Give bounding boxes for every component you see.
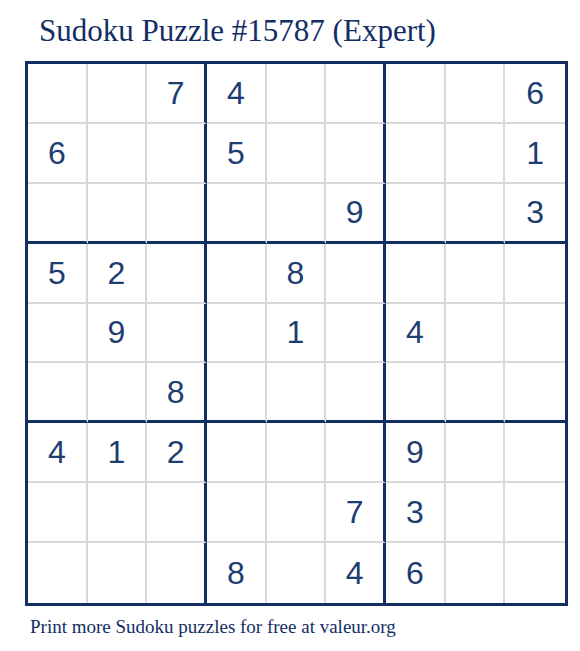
sudoku-cell-r8c6: 7 xyxy=(326,483,386,543)
sudoku-cell-r6c9[interactable] xyxy=(505,363,565,423)
sudoku-cell-r7c5[interactable] xyxy=(267,423,327,483)
sudoku-cell-r2c9: 1 xyxy=(505,124,565,184)
sudoku-cell-r7c9[interactable] xyxy=(505,423,565,483)
sudoku-cell-r5c2: 9 xyxy=(88,304,148,364)
sudoku-cell-r1c7[interactable] xyxy=(386,64,446,124)
sudoku-cell-r4c8[interactable] xyxy=(446,244,506,304)
sudoku-cell-r1c3: 7 xyxy=(147,64,207,124)
sudoku-cell-r3c9: 3 xyxy=(505,184,565,244)
sudoku-cell-r7c8[interactable] xyxy=(446,423,506,483)
sudoku-cell-r4c2: 2 xyxy=(88,244,148,304)
sudoku-cell-r4c1: 5 xyxy=(28,244,88,304)
sudoku-cell-r3c8[interactable] xyxy=(446,184,506,244)
sudoku-cell-r7c7: 9 xyxy=(386,423,446,483)
sudoku-cell-r9c7: 6 xyxy=(386,543,446,603)
sudoku-cell-r6c1[interactable] xyxy=(28,363,88,423)
sudoku-cell-r3c5[interactable] xyxy=(267,184,327,244)
sudoku-cell-r5c7: 4 xyxy=(386,304,446,364)
sudoku-cell-r9c8[interactable] xyxy=(446,543,506,603)
sudoku-cell-r6c8[interactable] xyxy=(446,363,506,423)
sudoku-cell-r8c3[interactable] xyxy=(147,483,207,543)
sudoku-cell-r8c1[interactable] xyxy=(28,483,88,543)
sudoku-cell-r6c5[interactable] xyxy=(267,363,327,423)
sudoku-board: 746651935289148412973846 xyxy=(25,61,568,606)
sudoku-cell-r5c4[interactable] xyxy=(207,304,267,364)
sudoku-cell-r5c5: 1 xyxy=(267,304,327,364)
sudoku-cell-r1c1[interactable] xyxy=(28,64,88,124)
sudoku-cell-r7c1: 4 xyxy=(28,423,88,483)
sudoku-cell-r4c5: 8 xyxy=(267,244,327,304)
sudoku-cell-r6c6[interactable] xyxy=(326,363,386,423)
sudoku-cell-r9c2[interactable] xyxy=(88,543,148,603)
sudoku-cell-r5c6[interactable] xyxy=(326,304,386,364)
sudoku-cell-r7c3: 2 xyxy=(147,423,207,483)
sudoku-cell-r2c2[interactable] xyxy=(88,124,148,184)
sudoku-cell-r9c1[interactable] xyxy=(28,543,88,603)
sudoku-cell-r4c6[interactable] xyxy=(326,244,386,304)
sudoku-cell-r3c7[interactable] xyxy=(386,184,446,244)
sudoku-cell-r7c6[interactable] xyxy=(326,423,386,483)
sudoku-cell-r6c7[interactable] xyxy=(386,363,446,423)
sudoku-cell-r9c6: 4 xyxy=(326,543,386,603)
sudoku-cell-r2c5[interactable] xyxy=(267,124,327,184)
sudoku-cell-r5c8[interactable] xyxy=(446,304,506,364)
sudoku-cell-r6c4[interactable] xyxy=(207,363,267,423)
sudoku-cell-r2c1: 6 xyxy=(28,124,88,184)
sudoku-cell-r4c3[interactable] xyxy=(147,244,207,304)
sudoku-cell-r4c9[interactable] xyxy=(505,244,565,304)
sudoku-cell-r8c2[interactable] xyxy=(88,483,148,543)
sudoku-cell-r9c4: 8 xyxy=(207,543,267,603)
footer-text: Print more Sudoku puzzles for free at va… xyxy=(30,617,396,638)
sudoku-cell-r3c3[interactable] xyxy=(147,184,207,244)
sudoku-cell-r3c1[interactable] xyxy=(28,184,88,244)
sudoku-cell-r4c4[interactable] xyxy=(207,244,267,304)
sudoku-cell-r9c9[interactable] xyxy=(505,543,565,603)
sudoku-cell-r2c8[interactable] xyxy=(446,124,506,184)
sudoku-cell-r4c7[interactable] xyxy=(386,244,446,304)
sudoku-cell-r8c5[interactable] xyxy=(267,483,327,543)
sudoku-cell-r3c2[interactable] xyxy=(88,184,148,244)
sudoku-cell-r1c8[interactable] xyxy=(446,64,506,124)
sudoku-cell-r7c4[interactable] xyxy=(207,423,267,483)
sudoku-cell-r5c9[interactable] xyxy=(505,304,565,364)
sudoku-cell-r7c2: 1 xyxy=(88,423,148,483)
sudoku-cell-r6c2[interactable] xyxy=(88,363,148,423)
sudoku-cell-r3c6: 9 xyxy=(326,184,386,244)
sudoku-cell-r8c9[interactable] xyxy=(505,483,565,543)
sudoku-cell-r5c3[interactable] xyxy=(147,304,207,364)
sudoku-cell-r8c8[interactable] xyxy=(446,483,506,543)
sudoku-cell-r1c5[interactable] xyxy=(267,64,327,124)
sudoku-cell-r9c5[interactable] xyxy=(267,543,327,603)
sudoku-cell-r9c3[interactable] xyxy=(147,543,207,603)
sudoku-cell-r3c4[interactable] xyxy=(207,184,267,244)
sudoku-cell-r5c1[interactable] xyxy=(28,304,88,364)
sudoku-cell-r2c4: 5 xyxy=(207,124,267,184)
sudoku-page: Sudoku Puzzle #15787 (Expert) 7466519352… xyxy=(0,0,580,651)
sudoku-cell-r8c7: 3 xyxy=(386,483,446,543)
sudoku-cell-r1c6[interactable] xyxy=(326,64,386,124)
sudoku-cell-r2c3[interactable] xyxy=(147,124,207,184)
page-title: Sudoku Puzzle #15787 (Expert) xyxy=(39,14,436,48)
sudoku-cell-r1c2[interactable] xyxy=(88,64,148,124)
sudoku-cell-r6c3: 8 xyxy=(147,363,207,423)
sudoku-cell-r8c4[interactable] xyxy=(207,483,267,543)
sudoku-cell-r2c7[interactable] xyxy=(386,124,446,184)
sudoku-cell-r1c9: 6 xyxy=(505,64,565,124)
sudoku-cell-r1c4: 4 xyxy=(207,64,267,124)
sudoku-cell-r2c6[interactable] xyxy=(326,124,386,184)
